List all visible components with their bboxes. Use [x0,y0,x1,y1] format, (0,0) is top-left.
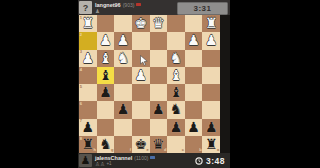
black-pawn-f6[interactable]: ♟ [117,101,130,118]
square-b2[interactable]: ♟ [185,32,203,49]
square-b4[interactable] [185,67,203,84]
square-e7[interactable] [132,119,150,136]
top-player-avatar[interactable]: ? [79,1,92,14]
square-a4[interactable] [202,67,220,84]
square-a5[interactable] [202,84,220,101]
top-player-captured-pieces: ♟ [95,8,100,14]
square-f5[interactable] [114,84,132,101]
white-rook-h1[interactable]: ♜ [82,15,95,32]
square-h8[interactable]: 8h♜ [79,136,97,153]
square-e8[interactable]: e♚ [132,136,150,153]
square-g3[interactable]: ♝ [97,50,115,67]
square-f6[interactable]: ♟ [114,101,132,118]
bottom-player-name[interactable]: jalensChannel [95,155,132,161]
file-label-c: c [182,148,184,152]
rank-label-7: 7 [80,119,82,123]
bottom-player-rating: (1100) [134,155,148,161]
mouse-cursor-icon [140,55,148,66]
black-pawn-c7[interactable]: ♟ [170,119,183,136]
top-player-name[interactable]: langnet96 [95,2,121,8]
bottom-player-material-advantage: +1 [106,161,111,167]
white-pawn-b2[interactable]: ♟ [187,32,200,49]
square-g6[interactable] [97,101,115,118]
square-e5[interactable] [132,84,150,101]
top-player-flag-icon [136,3,141,7]
square-b5[interactable] [185,84,203,101]
square-h2[interactable]: 2 [79,32,97,49]
bottom-player-clock-time: 3:48 [206,156,225,166]
square-g7[interactable] [97,119,115,136]
black-knight-g8[interactable]: ♞ [99,136,112,153]
square-f3[interactable]: ♞ [114,50,132,67]
square-d1[interactable]: ♛ [150,15,168,32]
square-a1[interactable]: ♜ [202,15,220,32]
square-g8[interactable]: g♞ [97,136,115,153]
bottom-player-bar: ♟ jalensChannel (1100) ♙♙ +1 3:48 [78,153,230,168]
black-queen-d8[interactable]: ♛ [152,136,165,153]
square-g1[interactable] [97,15,115,32]
black-rook-h8[interactable]: ♜ [82,136,95,153]
square-c2[interactable] [167,32,185,49]
square-c4[interactable]: ♝ [167,67,185,84]
black-pawn-d6[interactable]: ♟ [152,101,165,118]
white-queen-d1[interactable]: ♛ [152,15,165,32]
clock-icon [195,157,203,165]
square-a3[interactable] [202,50,220,67]
file-label-a: a [217,148,219,152]
white-king-e1[interactable]: ♚ [134,15,147,32]
square-f4[interactable] [114,67,132,84]
white-bishop-c4[interactable]: ♝ [170,67,183,84]
square-c1[interactable] [167,15,185,32]
black-pawn-h7[interactable]: ♟ [82,119,95,136]
square-d5[interactable] [150,84,168,101]
bottom-player-clock: 3:48 [195,153,225,168]
white-bishop-g3[interactable]: ♝ [99,50,112,67]
square-d7[interactable] [150,119,168,136]
square-a8[interactable]: a♜ [202,136,220,153]
board[interactable]: 1♜♚♛♜2♟♟♟♟3♟♝♞♞4♝♟♝5♟♝6♟♟♞7♟♟♟♟8h♜g♞fe♚d… [79,15,220,153]
rank-label-3: 3 [80,50,82,54]
file-label-f: f [130,148,131,152]
square-e6[interactable] [132,101,150,118]
square-g4[interactable]: ♝ [97,67,115,84]
square-b8[interactable]: b [185,136,203,153]
video-frame: ? langnet96 (903) ♟ 3:31 1♜♚♛♜2♟♟♟♟3♟♝♞♞… [78,0,230,168]
bottom-player-flag-icon [150,156,155,160]
square-b1[interactable] [185,15,203,32]
square-f8[interactable]: f [114,136,132,153]
square-a7[interactable]: ♟ [202,119,220,136]
square-e1[interactable]: ♚ [132,15,150,32]
square-b6[interactable] [185,101,203,118]
square-e2[interactable] [132,32,150,49]
square-a6[interactable] [202,101,220,118]
black-bishop-g4[interactable]: ♝ [99,67,112,84]
bottom-player-avatar[interactable]: ♟ [79,154,92,167]
bottom-player-captured-pieces: ♙♙ [95,161,105,167]
white-knight-f3[interactable]: ♞ [117,50,130,67]
white-rook-a1[interactable]: ♜ [205,15,218,32]
black-pawn-b7[interactable]: ♟ [187,119,200,136]
white-pawn-h3[interactable]: ♟ [82,50,95,67]
black-rook-a8[interactable]: ♜ [205,136,218,153]
black-knight-c6[interactable]: ♞ [170,101,183,118]
square-g5[interactable]: ♟ [97,84,115,101]
square-d4[interactable] [150,67,168,84]
square-d6[interactable]: ♟ [150,101,168,118]
square-h1[interactable]: 1♜ [79,15,97,32]
square-d2[interactable] [150,32,168,49]
top-player-rating: (903) [123,2,135,8]
black-pawn-a7[interactable]: ♟ [205,119,218,136]
square-b7[interactable]: ♟ [185,119,203,136]
square-h3[interactable]: 3♟ [79,50,97,67]
black-bishop-c5[interactable]: ♝ [170,84,183,101]
square-e4[interactable]: ♟ [132,67,150,84]
square-c7[interactable]: ♟ [167,119,185,136]
file-label-e: e [146,148,148,152]
black-pawn-g5[interactable]: ♟ [99,84,112,101]
rank-label-6: 6 [80,102,82,106]
top-player-clock-time: 3:31 [193,4,211,13]
square-d3[interactable] [150,50,168,67]
rank-label-4: 4 [80,68,82,72]
rank-label-5: 5 [80,85,82,89]
white-pawn-e4[interactable]: ♟ [134,67,147,84]
square-b3[interactable] [185,50,203,67]
square-h6[interactable]: 6 [79,101,97,118]
white-pawn-g2[interactable]: ♟ [99,32,112,49]
square-g2[interactable]: ♟ [97,32,115,49]
file-label-b: b [199,148,201,152]
square-f2[interactable]: ♟ [114,32,132,49]
file-label-h: h [93,148,95,152]
square-f1[interactable] [114,15,132,32]
rank-label-2: 2 [80,33,82,37]
square-h5[interactable]: 5 [79,84,97,101]
white-pawn-f2[interactable]: ♟ [117,32,130,49]
square-d8[interactable]: d♛ [150,136,168,153]
square-h7[interactable]: 7♟ [79,119,97,136]
rank-label-8: 8 [80,137,82,141]
file-label-g: g [111,148,113,152]
top-player-bar: ? langnet96 (903) ♟ 3:31 [78,0,230,15]
square-h4[interactable]: 4 [79,67,97,84]
square-c3[interactable]: ♞ [167,50,185,67]
white-pawn-a2[interactable]: ♟ [205,32,218,49]
file-label-d: d [164,148,166,152]
square-f7[interactable] [114,119,132,136]
white-knight-c3[interactable]: ♞ [170,50,183,67]
square-c6[interactable]: ♞ [167,101,185,118]
black-king-e8[interactable]: ♚ [134,136,147,153]
top-player-clock: 3:31 [177,2,228,16]
square-c5[interactable]: ♝ [167,84,185,101]
square-c8[interactable]: c [167,136,185,153]
rank-label-1: 1 [80,16,82,20]
square-a2[interactable]: ♟ [202,32,220,49]
